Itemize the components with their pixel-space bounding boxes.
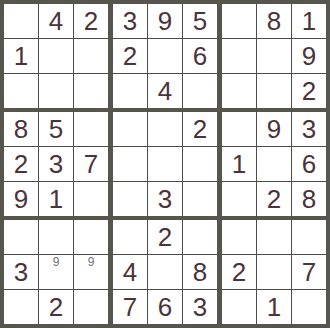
board-row-7: 2 [4,220,326,255]
cell-r6c3[interactable] [74,182,113,220]
cell-r5c9[interactable]: 6 [292,147,326,182]
cell-r5c8[interactable] [257,147,292,182]
cell-r7c1[interactable] [4,220,39,255]
board-row-5: 23716 [4,147,326,182]
cell-r4c8[interactable]: 9 [257,112,292,147]
cell-r8c8[interactable] [257,255,292,290]
cell-r9c1[interactable] [4,290,39,324]
given-digit: 2 [123,43,137,69]
cell-r8c9[interactable]: 7 [292,255,326,290]
cell-r7c4[interactable] [113,220,148,255]
cell-r5c4[interactable] [113,147,148,182]
given-digit: 2 [158,224,172,250]
given-digit: 2 [193,116,207,142]
cell-r7c5[interactable]: 2 [148,220,183,255]
board-row-3: 42 [4,74,326,112]
cell-r8c6[interactable]: 8 [183,255,222,290]
cell-r4c7[interactable] [222,112,257,147]
cell-r4c2[interactable]: 5 [39,112,74,147]
given-digit: 9 [158,8,172,34]
given-digit: 2 [302,78,316,104]
cell-r6c6[interactable] [183,182,222,220]
given-digit: 9 [14,186,28,212]
given-digit: 2 [232,259,246,285]
cell-r1c4[interactable]: 3 [113,4,148,39]
cell-r5c5[interactable] [148,147,183,182]
cell-r3c6[interactable] [183,74,222,112]
cell-r1c6[interactable]: 5 [183,4,222,39]
cell-r8c7[interactable]: 2 [222,255,257,290]
given-digit: 3 [302,116,316,142]
given-digit: 2 [84,8,98,34]
cell-r7c9[interactable] [292,220,326,255]
cell-r2c5[interactable] [148,39,183,74]
cell-r3c3[interactable] [74,74,113,112]
cell-r8c4[interactable]: 4 [113,255,148,290]
given-digit: 3 [49,151,63,177]
cell-r3c5[interactable]: 4 [148,74,183,112]
board-row-9: 27631 [4,290,326,324]
given-digit: 5 [193,8,207,34]
given-digit: 2 [267,186,281,212]
given-digit: 7 [123,294,137,320]
cell-r6c8[interactable]: 2 [257,182,292,220]
given-digit: 2 [14,151,28,177]
cell-r2c6[interactable]: 6 [183,39,222,74]
cell-r3c9[interactable]: 2 [292,74,326,112]
cell-r5c2[interactable]: 3 [39,147,74,182]
cell-r3c2[interactable] [39,74,74,112]
cell-r3c4[interactable] [113,74,148,112]
given-digit: 8 [267,8,281,34]
given-digit: 5 [49,116,63,142]
cell-r4c4[interactable] [113,112,148,147]
cell-r7c7[interactable] [222,220,257,255]
cell-r9c3[interactable] [74,290,113,324]
given-digit: 2 [49,294,63,320]
board-row-6: 91328 [4,182,326,220]
board-row-2: 1269 [4,39,326,74]
given-digit: 4 [158,78,172,104]
given-digit: 1 [232,151,246,177]
cell-r9c2[interactable]: 2 [39,290,74,324]
board-row-4: 85293 [4,112,326,147]
cell-r9c9[interactable] [292,290,326,324]
cell-r1c7[interactable] [222,4,257,39]
cell-r4c3[interactable] [74,112,113,147]
cell-r9c5[interactable]: 6 [148,290,183,324]
cell-r1c9[interactable]: 1 [292,4,326,39]
cell-r4c1[interactable]: 8 [4,112,39,147]
given-digit: 6 [158,294,172,320]
cell-r9c7[interactable] [222,290,257,324]
cell-r2c8[interactable] [257,39,292,74]
cell-r6c2[interactable]: 1 [39,182,74,220]
cell-r2c1[interactable]: 1 [4,39,39,74]
given-digit: 4 [49,8,63,34]
given-digit: 8 [302,186,316,212]
cell-r7c6[interactable] [183,220,222,255]
cell-r5c3[interactable]: 7 [74,147,113,182]
cell-r6c1[interactable]: 9 [4,182,39,220]
board-row-1: 4239581 [4,4,326,39]
cell-r2c9[interactable]: 9 [292,39,326,74]
given-digit: 3 [158,186,172,212]
cell-r7c8[interactable] [257,220,292,255]
pencil-mark: 9 [74,256,108,268]
cell-r1c3[interactable]: 2 [74,4,113,39]
given-digit: 1 [14,43,28,69]
given-digit: 9 [267,116,281,142]
cell-r6c7[interactable] [222,182,257,220]
board-row-8: 3994827 [4,255,326,290]
given-digit: 8 [14,116,28,142]
cell-r6c5[interactable]: 3 [148,182,183,220]
cell-r3c8[interactable] [257,74,292,112]
cell-r1c5[interactable]: 9 [148,4,183,39]
cell-r1c1[interactable] [4,4,39,39]
cell-r4c6[interactable]: 2 [183,112,222,147]
cell-r2c4[interactable]: 2 [113,39,148,74]
given-digit: 1 [49,186,63,212]
cell-r5c7[interactable]: 1 [222,147,257,182]
given-digit: 7 [302,259,316,285]
cell-r8c2[interactable]: 9 [39,255,74,290]
cell-r5c6[interactable] [183,147,222,182]
given-digit: 7 [84,151,98,177]
cell-r2c2[interactable] [39,39,74,74]
cell-r3c7[interactable] [222,74,257,112]
given-digit: 9 [302,43,316,69]
cell-r8c5[interactable] [148,255,183,290]
cell-r8c3[interactable]: 9 [74,255,113,290]
cell-r9c8[interactable]: 1 [257,290,292,324]
cell-r4c5[interactable] [148,112,183,147]
cell-r2c7[interactable] [222,39,257,74]
cell-r9c4[interactable]: 7 [113,290,148,324]
cell-r2c3[interactable] [74,39,113,74]
cell-r6c9[interactable]: 8 [292,182,326,220]
given-digit: 6 [193,43,207,69]
pencil-mark: 9 [39,256,73,268]
cell-r6c4[interactable] [113,182,148,220]
given-digit: 6 [302,151,316,177]
cell-r9c6[interactable]: 3 [183,290,222,324]
cell-r3c1[interactable] [4,74,39,112]
cell-r7c3[interactable] [74,220,113,255]
cell-r1c2[interactable]: 4 [39,4,74,39]
cell-r7c2[interactable] [39,220,74,255]
cell-r5c1[interactable]: 2 [4,147,39,182]
given-digit: 1 [302,8,316,34]
given-digit: 1 [267,294,281,320]
sudoku-board: 4239581126942852932371691328239948272763… [0,0,330,328]
given-digit: 4 [123,259,137,285]
given-digit: 8 [193,259,207,285]
given-digit: 3 [193,294,207,320]
cell-r1c8[interactable]: 8 [257,4,292,39]
given-digit: 3 [123,8,137,34]
given-digit: 3 [14,259,28,285]
cell-r8c1[interactable]: 3 [4,255,39,290]
cell-r4c9[interactable]: 3 [292,112,326,147]
